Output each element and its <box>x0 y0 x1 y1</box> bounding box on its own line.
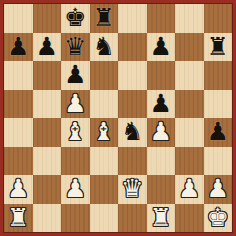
white-pawn: ♟ <box>7 175 29 203</box>
white-pawn: ♟ <box>207 175 229 203</box>
white-pawn: ♟ <box>64 90 86 118</box>
white-rook: ♜ <box>150 204 172 232</box>
white-pawn: ♟ <box>64 175 86 203</box>
square-b1[interactable] <box>33 204 62 233</box>
square-d4[interactable]: ♝ <box>90 118 119 147</box>
square-e2[interactable]: ♛ <box>118 175 147 204</box>
square-g4[interactable] <box>175 118 204 147</box>
square-b5[interactable] <box>33 90 62 119</box>
white-bishop: ♝ <box>93 118 115 146</box>
chess-board: ♚♜♟♟♛♞♟♜♟♟♟♝♝♞♟♟♟♟♛♟♟♜♜♚ <box>4 4 232 232</box>
square-c4[interactable]: ♝ <box>61 118 90 147</box>
square-a8[interactable] <box>4 4 33 33</box>
square-d5[interactable] <box>90 90 119 119</box>
black-knight: ♞ <box>121 118 143 146</box>
square-h1[interactable]: ♚ <box>204 204 233 233</box>
board-frame: ♚♜♟♟♛♞♟♜♟♟♟♝♝♞♟♟♟♟♛♟♟♜♜♚ <box>0 0 236 236</box>
square-d2[interactable] <box>90 175 119 204</box>
square-d3[interactable] <box>90 147 119 176</box>
square-g8[interactable] <box>175 4 204 33</box>
square-e8[interactable] <box>118 4 147 33</box>
square-b7[interactable]: ♟ <box>33 33 62 62</box>
white-pawn: ♟ <box>150 118 172 146</box>
square-e6[interactable] <box>118 61 147 90</box>
square-e5[interactable] <box>118 90 147 119</box>
square-f1[interactable]: ♜ <box>147 204 176 233</box>
white-bishop: ♝ <box>64 118 86 146</box>
square-h6[interactable] <box>204 61 233 90</box>
square-c3[interactable] <box>61 147 90 176</box>
square-h7[interactable]: ♜ <box>204 33 233 62</box>
square-e4[interactable]: ♞ <box>118 118 147 147</box>
black-pawn: ♟ <box>7 33 29 61</box>
square-g3[interactable] <box>175 147 204 176</box>
square-g2[interactable]: ♟ <box>175 175 204 204</box>
square-g5[interactable] <box>175 90 204 119</box>
square-d6[interactable] <box>90 61 119 90</box>
square-c6[interactable]: ♟ <box>61 61 90 90</box>
square-b2[interactable] <box>33 175 62 204</box>
square-c1[interactable] <box>61 204 90 233</box>
square-g7[interactable] <box>175 33 204 62</box>
white-pawn: ♟ <box>178 175 200 203</box>
square-a6[interactable] <box>4 61 33 90</box>
square-e3[interactable] <box>118 147 147 176</box>
square-f7[interactable]: ♟ <box>147 33 176 62</box>
square-d8[interactable]: ♜ <box>90 4 119 33</box>
square-e7[interactable] <box>118 33 147 62</box>
square-f3[interactable] <box>147 147 176 176</box>
white-queen: ♛ <box>121 175 143 203</box>
black-queen: ♛ <box>64 33 86 61</box>
square-f8[interactable] <box>147 4 176 33</box>
square-b6[interactable] <box>33 61 62 90</box>
square-f2[interactable] <box>147 175 176 204</box>
black-pawn: ♟ <box>150 33 172 61</box>
black-rook: ♜ <box>93 4 115 32</box>
square-c8[interactable]: ♚ <box>61 4 90 33</box>
square-g6[interactable] <box>175 61 204 90</box>
square-f6[interactable] <box>147 61 176 90</box>
white-king: ♚ <box>207 204 229 232</box>
square-a5[interactable] <box>4 90 33 119</box>
square-e1[interactable] <box>118 204 147 233</box>
square-a1[interactable]: ♜ <box>4 204 33 233</box>
square-b4[interactable] <box>33 118 62 147</box>
square-g1[interactable] <box>175 204 204 233</box>
square-h4[interactable]: ♟ <box>204 118 233 147</box>
black-knight: ♞ <box>93 33 115 61</box>
square-h5[interactable] <box>204 90 233 119</box>
square-f4[interactable]: ♟ <box>147 118 176 147</box>
square-c7[interactable]: ♛ <box>61 33 90 62</box>
black-rook: ♜ <box>207 33 229 61</box>
square-h3[interactable] <box>204 147 233 176</box>
square-d1[interactable] <box>90 204 119 233</box>
square-a3[interactable] <box>4 147 33 176</box>
black-king: ♚ <box>64 4 86 32</box>
square-c5[interactable]: ♟ <box>61 90 90 119</box>
black-pawn: ♟ <box>36 33 58 61</box>
black-pawn: ♟ <box>207 118 229 146</box>
square-b3[interactable] <box>33 147 62 176</box>
square-a2[interactable]: ♟ <box>4 175 33 204</box>
square-a4[interactable] <box>4 118 33 147</box>
black-pawn: ♟ <box>64 61 86 89</box>
square-c2[interactable]: ♟ <box>61 175 90 204</box>
square-b8[interactable] <box>33 4 62 33</box>
black-pawn: ♟ <box>150 90 172 118</box>
white-rook: ♜ <box>7 204 29 232</box>
square-f5[interactable]: ♟ <box>147 90 176 119</box>
square-h8[interactable] <box>204 4 233 33</box>
square-h2[interactable]: ♟ <box>204 175 233 204</box>
square-a7[interactable]: ♟ <box>4 33 33 62</box>
square-d7[interactable]: ♞ <box>90 33 119 62</box>
